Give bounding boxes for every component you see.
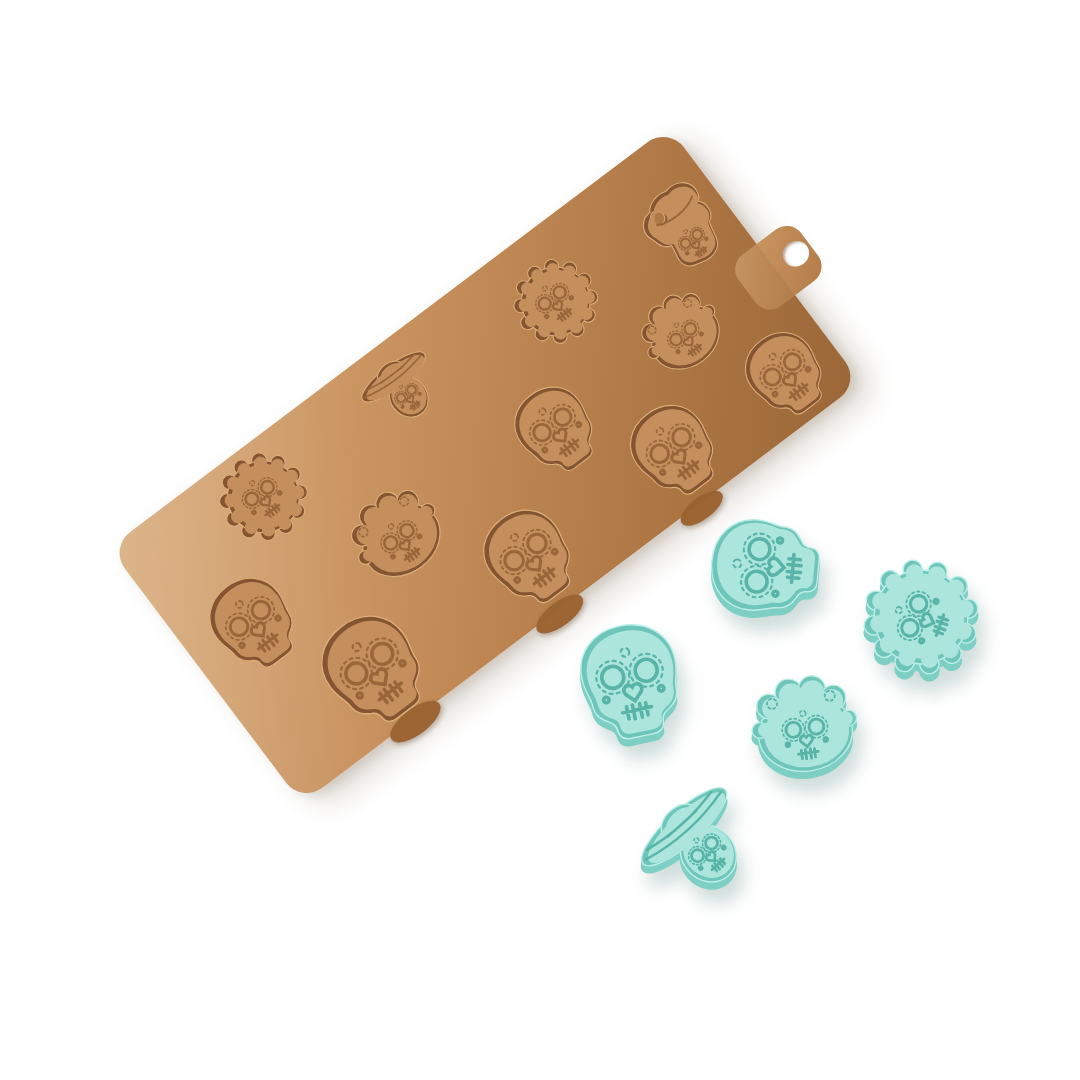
- mold-cavity-hatbust: [619, 165, 747, 292]
- product-photo-scene: [0, 0, 1080, 1080]
- mold-cavity-skull: [602, 379, 747, 522]
- mold-cavity-sombrero: [329, 319, 474, 457]
- mold-cavity-skull: [487, 362, 624, 497]
- mold-cavity-flower4: [323, 461, 468, 604]
- mold-cavity-skull: [454, 482, 605, 631]
- mold-cavity-scallop: [490, 237, 621, 366]
- mold-cavity-skull: [287, 584, 459, 754]
- hang-hole: [778, 236, 815, 272]
- candy-piece-skull: [570, 618, 692, 744]
- candy-piece-scallop: [861, 556, 981, 678]
- candy-piece-sombrero: [635, 781, 759, 901]
- candy-piece-skull: [705, 508, 825, 624]
- mold-cavity-skull: [719, 308, 853, 440]
- candy-piece-flower4: [740, 666, 868, 778]
- mold-cavity-scallop: [195, 429, 332, 564]
